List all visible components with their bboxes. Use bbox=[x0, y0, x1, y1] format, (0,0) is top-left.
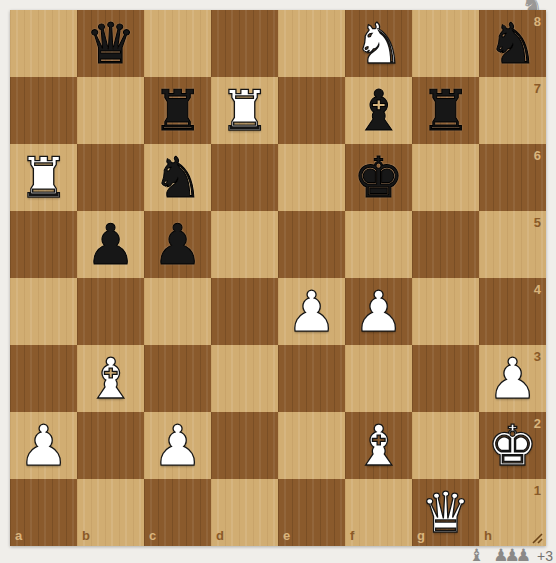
square-c4[interactable] bbox=[144, 278, 211, 345]
chess-app-stage: ♞ ♛♞♞8♜♜♝♜7♜♞♚6♟♟5♟♟4♝♟3♟♟♝♚2abcdef♛g1h … bbox=[0, 0, 556, 563]
square-f6[interactable]: ♚ bbox=[345, 144, 412, 211]
square-c8[interactable] bbox=[144, 10, 211, 77]
square-g4[interactable] bbox=[412, 278, 479, 345]
square-b8[interactable]: ♛ bbox=[77, 10, 144, 77]
square-a7[interactable] bbox=[10, 77, 77, 144]
square-h4[interactable]: 4 bbox=[479, 278, 546, 345]
white-pawn[interactable]: ♟ bbox=[144, 412, 211, 479]
white-king[interactable]: ♚ bbox=[479, 412, 546, 479]
black-queen[interactable]: ♛ bbox=[77, 10, 144, 77]
black-rook[interactable]: ♜ bbox=[412, 77, 479, 144]
square-g8[interactable] bbox=[412, 10, 479, 77]
square-a2[interactable]: ♟ bbox=[10, 412, 77, 479]
square-f2[interactable]: ♝ bbox=[345, 412, 412, 479]
white-bishop[interactable]: ♝ bbox=[345, 412, 412, 479]
square-g5[interactable] bbox=[412, 211, 479, 278]
white-rook[interactable]: ♜ bbox=[211, 77, 278, 144]
square-f4[interactable]: ♟ bbox=[345, 278, 412, 345]
rank-label-7: 7 bbox=[534, 81, 541, 96]
square-g3[interactable] bbox=[412, 345, 479, 412]
square-h1[interactable]: 1h bbox=[479, 479, 546, 546]
material-score-badge: +3 bbox=[537, 549, 553, 563]
square-f7[interactable]: ♝ bbox=[345, 77, 412, 144]
square-f1[interactable]: f bbox=[345, 479, 412, 546]
square-b4[interactable] bbox=[77, 278, 144, 345]
square-c6[interactable]: ♞ bbox=[144, 144, 211, 211]
white-pawn[interactable]: ♟ bbox=[278, 278, 345, 345]
square-c5[interactable]: ♟ bbox=[144, 211, 211, 278]
rank-label-5: 5 bbox=[534, 215, 541, 230]
board-resize-handle-icon[interactable] bbox=[531, 531, 544, 544]
square-e5[interactable] bbox=[278, 211, 345, 278]
file-label-h: h bbox=[484, 528, 492, 543]
square-h7[interactable]: 7 bbox=[479, 77, 546, 144]
square-f8[interactable]: ♞ bbox=[345, 10, 412, 77]
square-h8[interactable]: ♞8 bbox=[479, 10, 546, 77]
file-label-c: c bbox=[149, 528, 156, 543]
captured-pieces-tray: ♝♟♟♟ +3 bbox=[469, 547, 553, 563]
white-bishop[interactable]: ♝ bbox=[77, 345, 144, 412]
rank-label-4: 4 bbox=[534, 282, 541, 297]
square-d1[interactable]: d bbox=[211, 479, 278, 546]
black-pawn[interactable]: ♟ bbox=[77, 211, 144, 278]
file-label-e: e bbox=[283, 528, 290, 543]
square-h2[interactable]: ♚2 bbox=[479, 412, 546, 479]
square-d2[interactable] bbox=[211, 412, 278, 479]
square-c7[interactable]: ♜ bbox=[144, 77, 211, 144]
square-a5[interactable] bbox=[10, 211, 77, 278]
rank-label-6: 6 bbox=[534, 148, 541, 163]
square-c2[interactable]: ♟ bbox=[144, 412, 211, 479]
square-e4[interactable]: ♟ bbox=[278, 278, 345, 345]
square-d7[interactable]: ♜ bbox=[211, 77, 278, 144]
square-h6[interactable]: 6 bbox=[479, 144, 546, 211]
square-e3[interactable] bbox=[278, 345, 345, 412]
square-d4[interactable] bbox=[211, 278, 278, 345]
square-d6[interactable] bbox=[211, 144, 278, 211]
square-g7[interactable]: ♜ bbox=[412, 77, 479, 144]
white-pawn[interactable]: ♟ bbox=[345, 278, 412, 345]
square-d8[interactable] bbox=[211, 10, 278, 77]
black-bishop[interactable]: ♝ bbox=[345, 77, 412, 144]
square-f5[interactable] bbox=[345, 211, 412, 278]
file-label-f: f bbox=[350, 528, 354, 543]
square-g1[interactable]: ♛g bbox=[412, 479, 479, 546]
square-e6[interactable] bbox=[278, 144, 345, 211]
square-a3[interactable] bbox=[10, 345, 77, 412]
square-e8[interactable] bbox=[278, 10, 345, 77]
square-c3[interactable] bbox=[144, 345, 211, 412]
chess-board: ♛♞♞8♜♜♝♜7♜♞♚6♟♟5♟♟4♝♟3♟♟♝♚2abcdef♛g1h bbox=[10, 10, 546, 546]
square-e2[interactable] bbox=[278, 412, 345, 479]
file-label-a: a bbox=[15, 528, 22, 543]
square-a1[interactable]: a bbox=[10, 479, 77, 546]
black-knight[interactable]: ♞ bbox=[144, 144, 211, 211]
black-rook[interactable]: ♜ bbox=[144, 77, 211, 144]
captured-black-pawn-icon: ♟ bbox=[516, 547, 531, 563]
black-king[interactable]: ♚ bbox=[345, 144, 412, 211]
square-d5[interactable] bbox=[211, 211, 278, 278]
captured-icons-group: ♝♟♟♟ bbox=[469, 547, 531, 563]
square-b7[interactable] bbox=[77, 77, 144, 144]
square-b1[interactable]: b bbox=[77, 479, 144, 546]
file-label-d: d bbox=[216, 528, 224, 543]
square-f3[interactable] bbox=[345, 345, 412, 412]
square-c1[interactable]: c bbox=[144, 479, 211, 546]
square-a8[interactable] bbox=[10, 10, 77, 77]
square-h5[interactable]: 5 bbox=[479, 211, 546, 278]
square-b5[interactable]: ♟ bbox=[77, 211, 144, 278]
white-pawn[interactable]: ♟ bbox=[10, 412, 77, 479]
rank-label-1: 1 bbox=[534, 483, 541, 498]
square-b2[interactable] bbox=[77, 412, 144, 479]
white-knight[interactable]: ♞ bbox=[345, 10, 412, 77]
white-pawn[interactable]: ♟ bbox=[479, 345, 546, 412]
square-d3[interactable] bbox=[211, 345, 278, 412]
black-pawn[interactable]: ♟ bbox=[144, 211, 211, 278]
square-b6[interactable] bbox=[77, 144, 144, 211]
square-e1[interactable]: e bbox=[278, 479, 345, 546]
square-a6[interactable]: ♜ bbox=[10, 144, 77, 211]
black-knight[interactable]: ♞ bbox=[479, 10, 546, 77]
square-e7[interactable] bbox=[278, 77, 345, 144]
white-queen[interactable]: ♛ bbox=[412, 479, 479, 546]
square-b3[interactable]: ♝ bbox=[77, 345, 144, 412]
square-g6[interactable] bbox=[412, 144, 479, 211]
white-rook[interactable]: ♜ bbox=[10, 144, 77, 211]
square-a4[interactable] bbox=[10, 278, 77, 345]
captured-black-bishop-icon: ♝ bbox=[469, 547, 484, 563]
file-label-b: b bbox=[82, 528, 90, 543]
square-g2[interactable] bbox=[412, 412, 479, 479]
square-h3[interactable]: ♟3 bbox=[479, 345, 546, 412]
